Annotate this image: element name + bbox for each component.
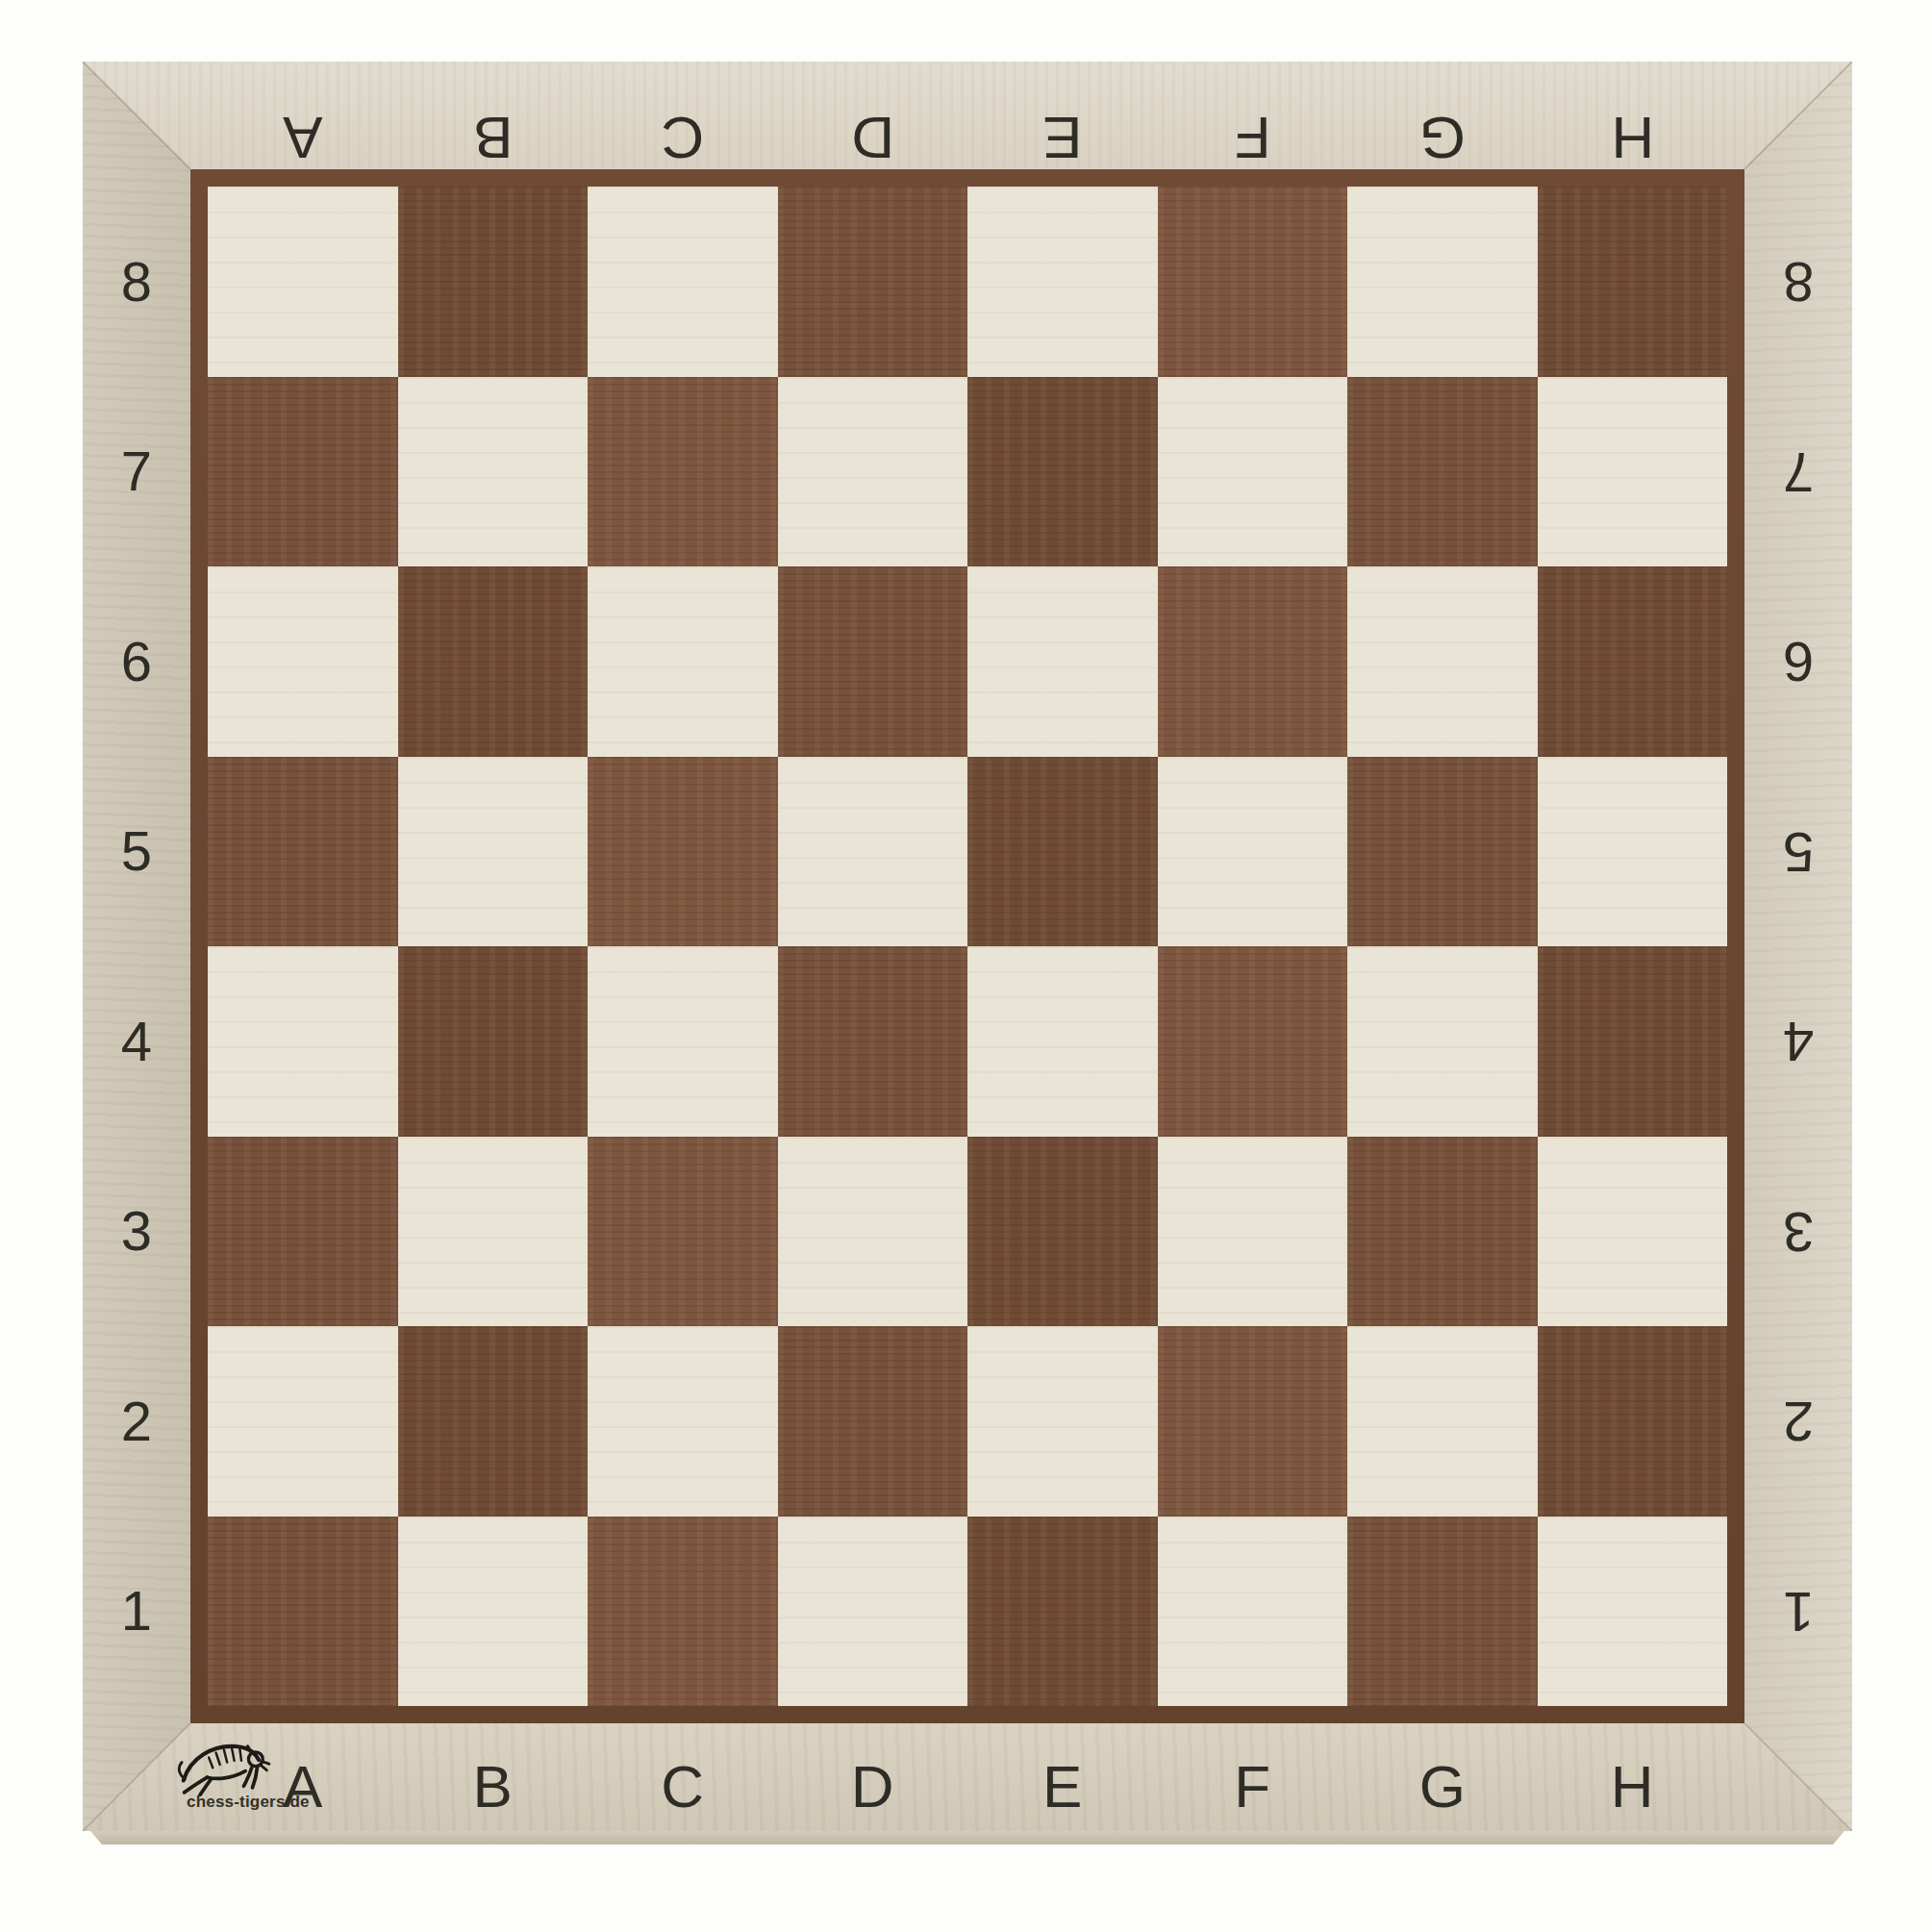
square-e6[interactable] [967, 566, 1158, 757]
rank-label-right-5: 5 [1744, 757, 1852, 947]
file-label-bottom-d: D [778, 1757, 968, 1817]
square-f4[interactable] [1158, 946, 1348, 1137]
square-g8[interactable] [1347, 187, 1538, 377]
square-d2[interactable] [778, 1326, 968, 1517]
rank-label-right-4: 4 [1744, 946, 1852, 1137]
square-a1[interactable] [208, 1517, 398, 1707]
squares-grid [208, 187, 1727, 1706]
rank-label-right-2: 2 [1744, 1326, 1852, 1517]
square-a3[interactable] [208, 1137, 398, 1327]
square-d7[interactable] [778, 377, 968, 567]
square-d5[interactable] [778, 757, 968, 947]
file-label-bottom-e: E [967, 1757, 1158, 1817]
square-e5[interactable] [967, 757, 1158, 947]
square-b5[interactable] [398, 757, 589, 947]
square-f3[interactable] [1158, 1137, 1348, 1327]
square-h1[interactable] [1538, 1517, 1728, 1707]
square-c1[interactable] [588, 1517, 778, 1707]
square-a7[interactable] [208, 377, 398, 567]
file-labels-top: ABCDEFGH [208, 62, 1727, 169]
square-b8[interactable] [398, 187, 589, 377]
square-c5[interactable] [588, 757, 778, 947]
board-bottom-edge [90, 1831, 1844, 1844]
rank-label-left-5: 5 [83, 757, 190, 947]
page-background: ABCDEFGH ABCDEFGH 87654321 87654321 ches… [0, 0, 1932, 1932]
square-e7[interactable] [967, 377, 1158, 567]
file-label-top-h: H [1538, 108, 1728, 167]
file-label-top-c: C [588, 108, 778, 167]
square-d8[interactable] [778, 187, 968, 377]
square-e8[interactable] [967, 187, 1158, 377]
square-d1[interactable] [778, 1517, 968, 1707]
square-f2[interactable] [1158, 1326, 1348, 1517]
rank-label-right-3: 3 [1744, 1137, 1852, 1327]
square-b3[interactable] [398, 1137, 589, 1327]
file-label-top-g: G [1347, 108, 1538, 167]
square-g4[interactable] [1347, 946, 1538, 1137]
square-f5[interactable] [1158, 757, 1348, 947]
chess-tigers-logo: chess-tigers.de [175, 1733, 310, 1812]
square-c8[interactable] [588, 187, 778, 377]
file-label-bottom-h: H [1538, 1757, 1728, 1817]
square-b2[interactable] [398, 1326, 589, 1517]
rank-labels-left: 87654321 [83, 187, 190, 1706]
file-label-bottom-c: C [588, 1757, 778, 1817]
rank-label-left-2: 2 [83, 1326, 190, 1517]
square-b1[interactable] [398, 1517, 589, 1707]
square-f7[interactable] [1158, 377, 1348, 567]
rank-label-right-6: 6 [1744, 566, 1852, 757]
square-b7[interactable] [398, 377, 589, 567]
square-g7[interactable] [1347, 377, 1538, 567]
rank-labels-right: 87654321 [1744, 187, 1852, 1706]
rank-label-right-7: 7 [1744, 377, 1852, 567]
square-c7[interactable] [588, 377, 778, 567]
square-g1[interactable] [1347, 1517, 1538, 1707]
square-f1[interactable] [1158, 1517, 1348, 1707]
square-h2[interactable] [1538, 1326, 1728, 1517]
square-a5[interactable] [208, 757, 398, 947]
square-g2[interactable] [1347, 1326, 1538, 1517]
square-g5[interactable] [1347, 757, 1538, 947]
file-label-top-a: A [208, 108, 398, 167]
square-d3[interactable] [778, 1137, 968, 1327]
square-a6[interactable] [208, 566, 398, 757]
rank-label-left-6: 6 [83, 566, 190, 757]
square-h6[interactable] [1538, 566, 1728, 757]
square-a4[interactable] [208, 946, 398, 1137]
square-g3[interactable] [1347, 1137, 1538, 1327]
square-c3[interactable] [588, 1137, 778, 1327]
square-c4[interactable] [588, 946, 778, 1137]
chess-board: ABCDEFGH ABCDEFGH 87654321 87654321 ches… [83, 62, 1852, 1831]
square-e1[interactable] [967, 1517, 1158, 1707]
rank-label-left-8: 8 [83, 187, 190, 377]
tiger-icon [175, 1733, 271, 1796]
file-label-bottom-g: G [1347, 1757, 1538, 1817]
rank-label-left-1: 1 [83, 1517, 190, 1707]
square-d6[interactable] [778, 566, 968, 757]
square-g6[interactable] [1347, 566, 1538, 757]
file-label-top-b: B [398, 108, 589, 167]
square-e2[interactable] [967, 1326, 1158, 1517]
square-e3[interactable] [967, 1137, 1158, 1327]
square-f8[interactable] [1158, 187, 1348, 377]
square-f6[interactable] [1158, 566, 1348, 757]
file-label-top-d: D [778, 108, 968, 167]
square-h4[interactable] [1538, 946, 1728, 1137]
file-label-top-f: F [1158, 108, 1348, 167]
square-c6[interactable] [588, 566, 778, 757]
rank-label-left-4: 4 [83, 946, 190, 1137]
file-label-top-e: E [967, 108, 1158, 167]
rank-label-left-3: 3 [83, 1137, 190, 1327]
file-label-bottom-b: B [398, 1757, 589, 1817]
rank-label-right-1: 1 [1744, 1517, 1852, 1707]
square-e4[interactable] [967, 946, 1158, 1137]
square-c2[interactable] [588, 1326, 778, 1517]
square-a8[interactable] [208, 187, 398, 377]
file-labels-bottom: ABCDEFGH [208, 1723, 1727, 1831]
square-h7[interactable] [1538, 377, 1728, 567]
square-h5[interactable] [1538, 757, 1728, 947]
logo-text: chess-tigers.de [187, 1793, 310, 1812]
square-h8[interactable] [1538, 187, 1728, 377]
file-label-bottom-f: F [1158, 1757, 1348, 1817]
square-b6[interactable] [398, 566, 589, 757]
square-h3[interactable] [1538, 1137, 1728, 1327]
square-a2[interactable] [208, 1326, 398, 1517]
rank-label-left-7: 7 [83, 377, 190, 567]
rank-label-right-8: 8 [1744, 187, 1852, 377]
square-d4[interactable] [778, 946, 968, 1137]
square-b4[interactable] [398, 946, 589, 1137]
